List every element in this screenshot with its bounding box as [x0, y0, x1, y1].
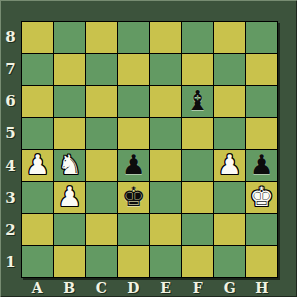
square-h6[interactable] — [246, 86, 277, 117]
square-c7[interactable] — [86, 54, 117, 85]
file-label-h: H — [246, 278, 278, 297]
rank-label-6: 6 — [0, 85, 21, 117]
square-c2[interactable] — [86, 214, 117, 245]
square-h2[interactable] — [246, 214, 277, 245]
square-e3[interactable] — [150, 182, 181, 213]
rank-label-1: 1 — [0, 246, 21, 278]
square-h8[interactable] — [246, 22, 277, 53]
square-a8[interactable] — [22, 22, 53, 53]
square-f1[interactable] — [182, 246, 213, 277]
square-e7[interactable] — [150, 54, 181, 85]
square-g2[interactable] — [214, 214, 245, 245]
square-a6[interactable] — [22, 86, 53, 117]
square-d2[interactable] — [118, 214, 149, 245]
file-label-c: C — [85, 278, 117, 297]
square-d3[interactable]: ♚ — [118, 182, 149, 213]
square-b7[interactable] — [54, 54, 85, 85]
black-bishop-f6[interactable]: ♝ — [185, 87, 209, 114]
square-d1[interactable] — [118, 246, 149, 277]
square-c8[interactable] — [86, 22, 117, 53]
square-c6[interactable] — [86, 86, 117, 117]
square-f7[interactable] — [182, 54, 213, 85]
chess-board: ♝♟♞♟♟♟♟♚♚ — [21, 21, 278, 278]
file-label-g: G — [214, 278, 246, 297]
square-c1[interactable] — [86, 246, 117, 277]
square-a2[interactable] — [22, 214, 53, 245]
file-labels: ABCDEFGH — [21, 278, 278, 297]
square-d7[interactable] — [118, 54, 149, 85]
square-g4[interactable]: ♟ — [214, 150, 245, 181]
file-label-d: D — [117, 278, 149, 297]
square-b6[interactable] — [54, 86, 85, 117]
white-knight-b4[interactable]: ♞ — [57, 151, 81, 178]
square-e8[interactable] — [150, 22, 181, 53]
square-e5[interactable] — [150, 118, 181, 149]
white-pawn-b3[interactable]: ♟ — [57, 183, 81, 210]
rank-labels: 87654321 — [0, 21, 21, 278]
rank-label-8: 8 — [0, 21, 21, 53]
square-e6[interactable] — [150, 86, 181, 117]
file-label-f: F — [182, 278, 214, 297]
white-pawn-g4[interactable]: ♟ — [217, 151, 241, 178]
square-h7[interactable] — [246, 54, 277, 85]
black-king-d3[interactable]: ♚ — [121, 183, 145, 210]
file-label-a: A — [21, 278, 53, 297]
square-g3[interactable] — [214, 182, 245, 213]
square-e4[interactable] — [150, 150, 181, 181]
file-label-b: B — [53, 278, 85, 297]
chess-board-frame: 87654321 ♝♟♞♟♟♟♟♚♚ ABCDEFGH — [0, 0, 297, 297]
square-c5[interactable] — [86, 118, 117, 149]
square-f6[interactable]: ♝ — [182, 86, 213, 117]
square-g5[interactable] — [214, 118, 245, 149]
square-a4[interactable]: ♟ — [22, 150, 53, 181]
square-g6[interactable] — [214, 86, 245, 117]
square-a3[interactable] — [22, 182, 53, 213]
black-pawn-d4[interactable]: ♟ — [121, 151, 145, 178]
square-g1[interactable] — [214, 246, 245, 277]
rank-label-2: 2 — [0, 214, 21, 246]
square-h5[interactable] — [246, 118, 277, 149]
square-f4[interactable] — [182, 150, 213, 181]
square-d8[interactable] — [118, 22, 149, 53]
square-d4[interactable]: ♟ — [118, 150, 149, 181]
square-f5[interactable] — [182, 118, 213, 149]
square-a1[interactable] — [22, 246, 53, 277]
square-f2[interactable] — [182, 214, 213, 245]
square-h4[interactable]: ♟ — [246, 150, 277, 181]
square-h1[interactable] — [246, 246, 277, 277]
square-e2[interactable] — [150, 214, 181, 245]
file-label-e: E — [150, 278, 182, 297]
rank-label-7: 7 — [0, 53, 21, 85]
square-e1[interactable] — [150, 246, 181, 277]
square-d6[interactable] — [118, 86, 149, 117]
square-b2[interactable] — [54, 214, 85, 245]
square-a7[interactable] — [22, 54, 53, 85]
square-c4[interactable] — [86, 150, 117, 181]
square-g8[interactable] — [214, 22, 245, 53]
square-f3[interactable] — [182, 182, 213, 213]
rank-label-5: 5 — [0, 117, 21, 149]
square-a5[interactable] — [22, 118, 53, 149]
white-pawn-a4[interactable]: ♟ — [25, 151, 49, 178]
black-pawn-h4[interactable]: ♟ — [249, 151, 273, 178]
square-g7[interactable] — [214, 54, 245, 85]
rank-label-3: 3 — [0, 182, 21, 214]
square-b3[interactable]: ♟ — [54, 182, 85, 213]
square-b4[interactable]: ♞ — [54, 150, 85, 181]
square-b8[interactable] — [54, 22, 85, 53]
square-b1[interactable] — [54, 246, 85, 277]
square-b5[interactable] — [54, 118, 85, 149]
rank-label-4: 4 — [0, 150, 21, 182]
square-f8[interactable] — [182, 22, 213, 53]
white-king-h3[interactable]: ♚ — [249, 183, 273, 210]
square-h3[interactable]: ♚ — [246, 182, 277, 213]
square-d5[interactable] — [118, 118, 149, 149]
square-c3[interactable] — [86, 182, 117, 213]
